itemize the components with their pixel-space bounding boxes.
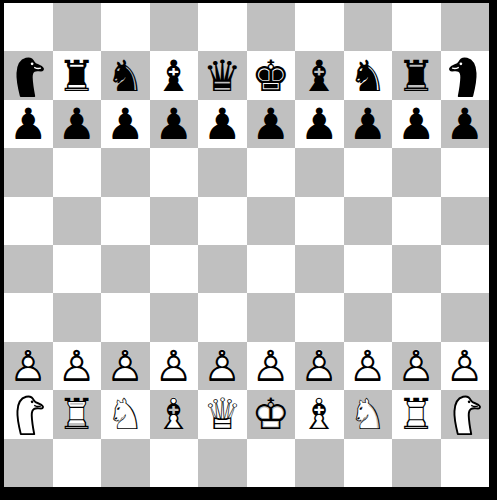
square-j9[interactable] bbox=[441, 51, 490, 99]
square-e5[interactable] bbox=[198, 245, 247, 293]
square-e1[interactable] bbox=[198, 439, 247, 487]
square-f2[interactable]: ♚♔ bbox=[247, 390, 296, 438]
square-a3[interactable]: ♟♙ bbox=[4, 342, 53, 390]
square-c1[interactable] bbox=[101, 439, 150, 487]
black-pawn[interactable]: ♟ bbox=[198, 100, 247, 148]
square-j4[interactable] bbox=[441, 293, 490, 341]
square-f3[interactable]: ♟♙ bbox=[247, 342, 296, 390]
black-pawn[interactable]: ♟ bbox=[150, 100, 199, 148]
square-j5[interactable] bbox=[441, 245, 490, 293]
camel-icon bbox=[442, 53, 488, 99]
piece-glyph: ♟ bbox=[251, 100, 290, 148]
square-c3[interactable]: ♟♙ bbox=[101, 342, 150, 390]
square-i4[interactable] bbox=[392, 293, 441, 341]
square-e7[interactable] bbox=[198, 148, 247, 196]
square-a7[interactable] bbox=[4, 148, 53, 196]
piece-glyph-outline: ♙ bbox=[300, 342, 339, 390]
square-i6[interactable] bbox=[392, 197, 441, 245]
square-e9[interactable]: ♛ bbox=[198, 51, 247, 99]
square-a1[interactable] bbox=[4, 439, 53, 487]
square-i5[interactable] bbox=[392, 245, 441, 293]
square-a5[interactable] bbox=[4, 245, 53, 293]
piece-glyph-outline: ♔ bbox=[251, 390, 290, 438]
square-g4[interactable] bbox=[295, 293, 344, 341]
piece-glyph: ♟ bbox=[445, 100, 484, 148]
square-j2[interactable] bbox=[441, 390, 490, 438]
square-i8[interactable]: ♟ bbox=[392, 100, 441, 148]
square-h3[interactable]: ♟♙ bbox=[344, 342, 393, 390]
square-i9[interactable]: ♜ bbox=[392, 51, 441, 99]
black-rook[interactable]: ♜ bbox=[53, 51, 102, 99]
square-g5[interactable] bbox=[295, 245, 344, 293]
white-pawn[interactable]: ♟♙ bbox=[344, 342, 393, 390]
piece-glyph: ♚ bbox=[251, 52, 290, 100]
black-bishop[interactable]: ♝ bbox=[295, 51, 344, 99]
square-a2[interactable] bbox=[4, 390, 53, 438]
white-pawn[interactable]: ♟♙ bbox=[441, 342, 490, 390]
white-rook[interactable]: ♜♖ bbox=[53, 390, 102, 438]
white-pawn[interactable]: ♟♙ bbox=[247, 342, 296, 390]
square-b10[interactable] bbox=[53, 3, 102, 51]
square-d8[interactable]: ♟ bbox=[150, 100, 199, 148]
white-pawn[interactable]: ♟♙ bbox=[150, 342, 199, 390]
square-g1[interactable] bbox=[295, 439, 344, 487]
piece-glyph: ♟ bbox=[106, 100, 145, 148]
black-pawn[interactable]: ♟ bbox=[392, 100, 441, 148]
square-b7[interactable] bbox=[53, 148, 102, 196]
square-h9[interactable]: ♞ bbox=[344, 51, 393, 99]
piece-glyph: ♞ bbox=[348, 52, 387, 100]
square-h6[interactable] bbox=[344, 197, 393, 245]
square-c2[interactable]: ♞♘ bbox=[101, 390, 150, 438]
square-d4[interactable] bbox=[150, 293, 199, 341]
square-e10[interactable] bbox=[198, 3, 247, 51]
square-a9[interactable] bbox=[4, 51, 53, 99]
white-pawn[interactable]: ♟♙ bbox=[392, 342, 441, 390]
square-e2[interactable]: ♛♕ bbox=[198, 390, 247, 438]
board-frame: ♜♞♝♛♚♝♞♜♟♟♟♟♟♟♟♟♟♟♟♙♟♙♟♙♟♙♟♙♟♙♟♙♟♙♟♙♟♙♜♖… bbox=[0, 0, 497, 500]
black-pawn[interactable]: ♟ bbox=[441, 100, 490, 148]
square-b3[interactable]: ♟♙ bbox=[53, 342, 102, 390]
white-knight[interactable]: ♞♘ bbox=[101, 390, 150, 438]
piece-glyph: ♟ bbox=[348, 100, 387, 148]
square-b9[interactable]: ♜ bbox=[53, 51, 102, 99]
piece-glyph: ♝ bbox=[300, 52, 339, 100]
piece-glyph-outline: ♖ bbox=[397, 390, 436, 438]
square-b6[interactable] bbox=[53, 197, 102, 245]
black-pawn[interactable]: ♟ bbox=[53, 100, 102, 148]
square-d6[interactable] bbox=[150, 197, 199, 245]
square-d9[interactable]: ♝ bbox=[150, 51, 199, 99]
camel-icon bbox=[5, 391, 51, 437]
piece-glyph: ♟ bbox=[154, 100, 193, 148]
black-pawn[interactable]: ♟ bbox=[4, 100, 53, 148]
piece-glyph: ♜ bbox=[397, 52, 436, 100]
square-a8[interactable]: ♟ bbox=[4, 100, 53, 148]
black-pawn[interactable]: ♟ bbox=[101, 100, 150, 148]
black-camel[interactable] bbox=[441, 51, 490, 99]
square-j3[interactable]: ♟♙ bbox=[441, 342, 490, 390]
square-h5[interactable] bbox=[344, 245, 393, 293]
square-f1[interactable] bbox=[247, 439, 296, 487]
white-camel[interactable] bbox=[4, 390, 53, 438]
camel-icon bbox=[442, 391, 488, 437]
square-c6[interactable] bbox=[101, 197, 150, 245]
square-b2[interactable]: ♜♖ bbox=[53, 390, 102, 438]
black-king[interactable]: ♚ bbox=[247, 51, 296, 99]
square-d5[interactable] bbox=[150, 245, 199, 293]
square-h8[interactable]: ♟ bbox=[344, 100, 393, 148]
piece-glyph: ♛ bbox=[203, 52, 242, 100]
camel-icon bbox=[5, 53, 51, 99]
piece-glyph-outline: ♙ bbox=[348, 342, 387, 390]
piece-glyph-outline: ♙ bbox=[251, 342, 290, 390]
square-f5[interactable] bbox=[247, 245, 296, 293]
white-knight[interactable]: ♞♘ bbox=[344, 390, 393, 438]
square-f6[interactable] bbox=[247, 197, 296, 245]
square-e4[interactable] bbox=[198, 293, 247, 341]
square-c4[interactable] bbox=[101, 293, 150, 341]
piece-glyph: ♟ bbox=[9, 100, 48, 148]
piece-glyph: ♟ bbox=[203, 100, 242, 148]
white-pawn[interactable]: ♟♙ bbox=[295, 342, 344, 390]
black-bishop[interactable]: ♝ bbox=[150, 51, 199, 99]
square-i1[interactable] bbox=[392, 439, 441, 487]
square-c8[interactable]: ♟ bbox=[101, 100, 150, 148]
piece-glyph: ♝ bbox=[154, 52, 193, 100]
black-rook[interactable]: ♜ bbox=[392, 51, 441, 99]
white-rook[interactable]: ♜♖ bbox=[392, 390, 441, 438]
piece-glyph-outline: ♗ bbox=[154, 390, 193, 438]
white-king[interactable]: ♚♔ bbox=[247, 390, 296, 438]
square-g9[interactable]: ♝ bbox=[295, 51, 344, 99]
square-b5[interactable] bbox=[53, 245, 102, 293]
square-c9[interactable]: ♞ bbox=[101, 51, 150, 99]
square-b1[interactable] bbox=[53, 439, 102, 487]
piece-glyph-outline: ♘ bbox=[106, 390, 145, 438]
white-bishop[interactable]: ♝♗ bbox=[295, 390, 344, 438]
square-d3[interactable]: ♟♙ bbox=[150, 342, 199, 390]
square-i2[interactable]: ♜♖ bbox=[392, 390, 441, 438]
piece-glyph-outline: ♙ bbox=[445, 342, 484, 390]
piece-glyph-outline: ♕ bbox=[203, 390, 242, 438]
black-knight[interactable]: ♞ bbox=[101, 51, 150, 99]
white-pawn[interactable]: ♟♙ bbox=[53, 342, 102, 390]
square-j6[interactable] bbox=[441, 197, 490, 245]
piece-glyph-outline: ♙ bbox=[397, 342, 436, 390]
white-pawn[interactable]: ♟♙ bbox=[198, 342, 247, 390]
square-d1[interactable] bbox=[150, 439, 199, 487]
square-f4[interactable] bbox=[247, 293, 296, 341]
piece-glyph: ♟ bbox=[397, 100, 436, 148]
piece-glyph-outline: ♖ bbox=[57, 390, 96, 438]
piece-glyph-outline: ♙ bbox=[9, 342, 48, 390]
piece-glyph-outline: ♙ bbox=[57, 342, 96, 390]
square-a4[interactable] bbox=[4, 293, 53, 341]
square-h10[interactable] bbox=[344, 3, 393, 51]
black-pawn[interactable]: ♟ bbox=[295, 100, 344, 148]
square-a6[interactable] bbox=[4, 197, 53, 245]
square-g2[interactable]: ♝♗ bbox=[295, 390, 344, 438]
square-d2[interactable]: ♝♗ bbox=[150, 390, 199, 438]
square-g8[interactable]: ♟ bbox=[295, 100, 344, 148]
piece-glyph-outline: ♙ bbox=[203, 342, 242, 390]
square-d7[interactable] bbox=[150, 148, 199, 196]
piece-glyph-outline: ♘ bbox=[348, 390, 387, 438]
piece-glyph: ♜ bbox=[57, 52, 96, 100]
square-i10[interactable] bbox=[392, 3, 441, 51]
square-e3[interactable]: ♟♙ bbox=[198, 342, 247, 390]
board: ♜♞♝♛♚♝♞♜♟♟♟♟♟♟♟♟♟♟♟♙♟♙♟♙♟♙♟♙♟♙♟♙♟♙♟♙♟♙♜♖… bbox=[4, 3, 489, 487]
black-queen[interactable]: ♛ bbox=[198, 51, 247, 99]
square-f10[interactable] bbox=[247, 3, 296, 51]
square-f9[interactable]: ♚ bbox=[247, 51, 296, 99]
square-e6[interactable] bbox=[198, 197, 247, 245]
square-b4[interactable] bbox=[53, 293, 102, 341]
piece-glyph-outline: ♙ bbox=[154, 342, 193, 390]
square-i3[interactable]: ♟♙ bbox=[392, 342, 441, 390]
square-c10[interactable] bbox=[101, 3, 150, 51]
square-h2[interactable]: ♞♘ bbox=[344, 390, 393, 438]
piece-glyph: ♟ bbox=[300, 100, 339, 148]
piece-glyph-outline: ♙ bbox=[106, 342, 145, 390]
black-pawn[interactable]: ♟ bbox=[247, 100, 296, 148]
square-i7[interactable] bbox=[392, 148, 441, 196]
square-g10[interactable] bbox=[295, 3, 344, 51]
square-a10[interactable] bbox=[4, 3, 53, 51]
white-bishop[interactable]: ♝♗ bbox=[150, 390, 199, 438]
square-b8[interactable]: ♟ bbox=[53, 100, 102, 148]
square-h4[interactable] bbox=[344, 293, 393, 341]
piece-glyph-outline: ♗ bbox=[300, 390, 339, 438]
white-pawn[interactable]: ♟♙ bbox=[4, 342, 53, 390]
square-f7[interactable] bbox=[247, 148, 296, 196]
square-g7[interactable] bbox=[295, 148, 344, 196]
black-camel[interactable] bbox=[4, 51, 53, 99]
white-queen[interactable]: ♛♕ bbox=[198, 390, 247, 438]
square-j7[interactable] bbox=[441, 148, 490, 196]
square-c5[interactable] bbox=[101, 245, 150, 293]
square-h7[interactable] bbox=[344, 148, 393, 196]
black-knight[interactable]: ♞ bbox=[344, 51, 393, 99]
square-g6[interactable] bbox=[295, 197, 344, 245]
square-j10[interactable] bbox=[441, 3, 490, 51]
square-f8[interactable]: ♟ bbox=[247, 100, 296, 148]
white-camel[interactable] bbox=[441, 390, 490, 438]
piece-glyph: ♞ bbox=[106, 52, 145, 100]
black-pawn[interactable]: ♟ bbox=[344, 100, 393, 148]
square-h1[interactable] bbox=[344, 439, 393, 487]
square-d10[interactable] bbox=[150, 3, 199, 51]
square-e8[interactable]: ♟ bbox=[198, 100, 247, 148]
piece-glyph: ♟ bbox=[57, 100, 96, 148]
square-g3[interactable]: ♟♙ bbox=[295, 342, 344, 390]
square-j8[interactable]: ♟ bbox=[441, 100, 490, 148]
white-pawn[interactable]: ♟♙ bbox=[101, 342, 150, 390]
square-c7[interactable] bbox=[101, 148, 150, 196]
square-j1[interactable] bbox=[441, 439, 490, 487]
